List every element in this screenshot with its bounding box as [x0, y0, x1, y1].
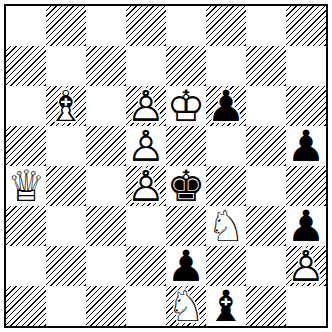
white-king-glyph: ♔: [166, 86, 206, 126]
square-e7[interactable]: [166, 46, 206, 86]
square-g2[interactable]: [246, 246, 286, 286]
square-c1[interactable]: [86, 286, 126, 326]
square-a4[interactable]: ♛♕: [6, 166, 46, 206]
piece-black-pawn[interactable]: ♟♟: [206, 86, 246, 126]
white-pawn-glyph: ♙: [286, 246, 326, 286]
black-bishop-glyph: ♝: [206, 286, 246, 326]
piece-white-pawn[interactable]: ♟♙: [286, 246, 326, 286]
square-b6[interactable]: ♝♗: [46, 86, 86, 126]
white-knight-glyph: ♘: [166, 286, 206, 326]
square-d1[interactable]: [126, 286, 166, 326]
square-e6[interactable]: ♚♔: [166, 86, 206, 126]
square-b4[interactable]: [46, 166, 86, 206]
white-queen-glyph: ♕: [6, 166, 46, 206]
square-d8[interactable]: [126, 6, 166, 46]
board-frame: ♝♗♟♙♚♔♟♟♟♙♟♟♛♕♟♙♚♚♞♘♟♟♟♟♟♙♞♘♝♝: [4, 4, 328, 328]
square-f3[interactable]: ♞♘: [206, 206, 246, 246]
white-pawn-glyph: ♙: [126, 86, 166, 126]
square-f7[interactable]: [206, 46, 246, 86]
square-h7[interactable]: [286, 46, 326, 86]
square-b2[interactable]: [46, 246, 86, 286]
square-a8[interactable]: [6, 6, 46, 46]
square-a2[interactable]: [6, 246, 46, 286]
square-b8[interactable]: [46, 6, 86, 46]
square-d6[interactable]: ♟♙: [126, 86, 166, 126]
piece-white-king[interactable]: ♚♔: [166, 86, 206, 126]
piece-white-pawn[interactable]: ♟♙: [126, 86, 166, 126]
piece-black-pawn[interactable]: ♟♟: [286, 206, 326, 246]
square-f8[interactable]: [206, 6, 246, 46]
square-g3[interactable]: [246, 206, 286, 246]
piece-black-king[interactable]: ♚♚: [166, 166, 206, 206]
black-pawn-glyph: ♟: [206, 86, 246, 126]
square-c8[interactable]: [86, 6, 126, 46]
square-g4[interactable]: [246, 166, 286, 206]
square-b3[interactable]: [46, 206, 86, 246]
square-a3[interactable]: [6, 206, 46, 246]
square-d2[interactable]: [126, 246, 166, 286]
square-e8[interactable]: [166, 6, 206, 46]
square-d7[interactable]: [126, 46, 166, 86]
square-h8[interactable]: [286, 6, 326, 46]
square-e5[interactable]: [166, 126, 206, 166]
square-g8[interactable]: [246, 6, 286, 46]
white-knight-glyph: ♘: [206, 206, 246, 246]
square-e3[interactable]: [166, 206, 206, 246]
square-b1[interactable]: [46, 286, 86, 326]
black-king-glyph: ♚: [166, 166, 206, 206]
square-c7[interactable]: [86, 46, 126, 86]
piece-black-pawn[interactable]: ♟♟: [286, 126, 326, 166]
square-a1[interactable]: [6, 286, 46, 326]
square-h3[interactable]: ♟♟: [286, 206, 326, 246]
piece-white-knight[interactable]: ♞♘: [166, 286, 206, 326]
piece-white-pawn[interactable]: ♟♙: [126, 126, 166, 166]
square-c3[interactable]: [86, 206, 126, 246]
square-h6[interactable]: [286, 86, 326, 126]
black-pawn-glyph: ♟: [166, 246, 206, 286]
square-g1[interactable]: [246, 286, 286, 326]
white-pawn-glyph: ♙: [126, 166, 166, 206]
square-a5[interactable]: [6, 126, 46, 166]
square-f2[interactable]: [206, 246, 246, 286]
square-e4[interactable]: ♚♚: [166, 166, 206, 206]
square-c2[interactable]: [86, 246, 126, 286]
square-f5[interactable]: [206, 126, 246, 166]
piece-black-pawn[interactable]: ♟♟: [166, 246, 206, 286]
square-f4[interactable]: [206, 166, 246, 206]
square-c6[interactable]: [86, 86, 126, 126]
square-f6[interactable]: ♟♟: [206, 86, 246, 126]
square-h1[interactable]: [286, 286, 326, 326]
square-c4[interactable]: [86, 166, 126, 206]
square-h4[interactable]: [286, 166, 326, 206]
black-pawn-glyph: ♟: [286, 126, 326, 166]
square-d5[interactable]: ♟♙: [126, 126, 166, 166]
square-g7[interactable]: [246, 46, 286, 86]
chess-diagram: ♝♗♟♙♚♔♟♟♟♙♟♟♛♕♟♙♚♚♞♘♟♟♟♟♟♙♞♘♝♝: [0, 0, 332, 332]
piece-black-bishop[interactable]: ♝♝: [206, 286, 246, 326]
square-f1[interactable]: ♝♝: [206, 286, 246, 326]
square-h2[interactable]: ♟♙: [286, 246, 326, 286]
square-a6[interactable]: [6, 86, 46, 126]
square-g5[interactable]: [246, 126, 286, 166]
white-pawn-glyph: ♙: [126, 126, 166, 166]
square-b5[interactable]: [46, 126, 86, 166]
square-d3[interactable]: [126, 206, 166, 246]
black-pawn-glyph: ♟: [286, 206, 326, 246]
piece-white-pawn[interactable]: ♟♙: [126, 166, 166, 206]
square-b7[interactable]: [46, 46, 86, 86]
piece-white-bishop[interactable]: ♝♗: [46, 86, 86, 126]
square-e2[interactable]: ♟♟: [166, 246, 206, 286]
white-bishop-glyph: ♗: [46, 86, 86, 126]
square-g6[interactable]: [246, 86, 286, 126]
square-d4[interactable]: ♟♙: [126, 166, 166, 206]
square-e1[interactable]: ♞♘: [166, 286, 206, 326]
square-a7[interactable]: [6, 46, 46, 86]
square-h5[interactable]: ♟♟: [286, 126, 326, 166]
piece-white-queen[interactable]: ♛♕: [6, 166, 46, 206]
chess-board: ♝♗♟♙♚♔♟♟♟♙♟♟♛♕♟♙♚♚♞♘♟♟♟♟♟♙♞♘♝♝: [6, 6, 326, 326]
square-c5[interactable]: [86, 126, 126, 166]
piece-white-knight[interactable]: ♞♘: [206, 206, 246, 246]
